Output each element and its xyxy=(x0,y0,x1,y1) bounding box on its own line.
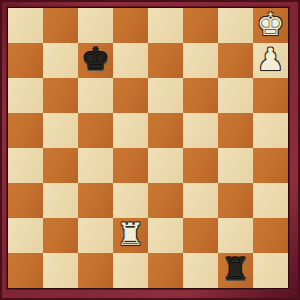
square-e3[interactable] xyxy=(148,183,183,218)
square-e8[interactable] xyxy=(148,8,183,43)
square-f2[interactable] xyxy=(183,218,218,253)
square-d5[interactable] xyxy=(113,113,148,148)
square-g3[interactable] xyxy=(218,183,253,218)
square-f7[interactable] xyxy=(183,43,218,78)
square-b3[interactable] xyxy=(43,183,78,218)
square-d7[interactable] xyxy=(113,43,148,78)
square-a7[interactable] xyxy=(8,43,43,78)
square-f8[interactable] xyxy=(183,8,218,43)
square-a8[interactable] xyxy=(8,8,43,43)
square-h4[interactable] xyxy=(253,148,288,183)
square-g2[interactable] xyxy=(218,218,253,253)
square-h7[interactable]: ♟ xyxy=(253,43,288,78)
square-h3[interactable] xyxy=(253,183,288,218)
square-c8[interactable] xyxy=(78,8,113,43)
square-d8[interactable] xyxy=(113,8,148,43)
square-c6[interactable] xyxy=(78,78,113,113)
square-c3[interactable] xyxy=(78,183,113,218)
square-a4[interactable] xyxy=(8,148,43,183)
square-f4[interactable] xyxy=(183,148,218,183)
square-c1[interactable] xyxy=(78,253,113,288)
square-g4[interactable] xyxy=(218,148,253,183)
black-rook[interactable]: ♜ xyxy=(222,254,250,285)
square-f6[interactable] xyxy=(183,78,218,113)
white-pawn[interactable]: ♟ xyxy=(257,44,285,75)
square-a6[interactable] xyxy=(8,78,43,113)
chess-board: ♚♚♟♜♜ xyxy=(7,7,289,289)
square-g8[interactable] xyxy=(218,8,253,43)
square-g5[interactable] xyxy=(218,113,253,148)
square-e1[interactable] xyxy=(148,253,183,288)
square-a3[interactable] xyxy=(8,183,43,218)
square-e2[interactable] xyxy=(148,218,183,253)
square-h6[interactable] xyxy=(253,78,288,113)
square-e7[interactable] xyxy=(148,43,183,78)
square-d4[interactable] xyxy=(113,148,148,183)
square-b2[interactable] xyxy=(43,218,78,253)
square-b7[interactable] xyxy=(43,43,78,78)
square-e6[interactable] xyxy=(148,78,183,113)
square-e4[interactable] xyxy=(148,148,183,183)
white-rook[interactable]: ♜ xyxy=(117,219,145,250)
square-b5[interactable] xyxy=(43,113,78,148)
square-g6[interactable] xyxy=(218,78,253,113)
square-b6[interactable] xyxy=(43,78,78,113)
square-h5[interactable] xyxy=(253,113,288,148)
white-king[interactable]: ♚ xyxy=(257,9,285,40)
square-f5[interactable] xyxy=(183,113,218,148)
square-c2[interactable] xyxy=(78,218,113,253)
square-c4[interactable] xyxy=(78,148,113,183)
board-frame: ♚♚♟♜♜ xyxy=(0,0,300,300)
square-h1[interactable] xyxy=(253,253,288,288)
square-c5[interactable] xyxy=(78,113,113,148)
black-king[interactable]: ♚ xyxy=(82,44,110,75)
square-b8[interactable] xyxy=(43,8,78,43)
square-a1[interactable] xyxy=(8,253,43,288)
square-d1[interactable] xyxy=(113,253,148,288)
square-b1[interactable] xyxy=(43,253,78,288)
square-g7[interactable] xyxy=(218,43,253,78)
square-f3[interactable] xyxy=(183,183,218,218)
square-a5[interactable] xyxy=(8,113,43,148)
square-d6[interactable] xyxy=(113,78,148,113)
square-d2[interactable]: ♜ xyxy=(113,218,148,253)
square-e5[interactable] xyxy=(148,113,183,148)
square-c7[interactable]: ♚ xyxy=(78,43,113,78)
square-b4[interactable] xyxy=(43,148,78,183)
square-f1[interactable] xyxy=(183,253,218,288)
square-d3[interactable] xyxy=(113,183,148,218)
square-a2[interactable] xyxy=(8,218,43,253)
square-h2[interactable] xyxy=(253,218,288,253)
square-h8[interactable]: ♚ xyxy=(253,8,288,43)
square-g1[interactable]: ♜ xyxy=(218,253,253,288)
